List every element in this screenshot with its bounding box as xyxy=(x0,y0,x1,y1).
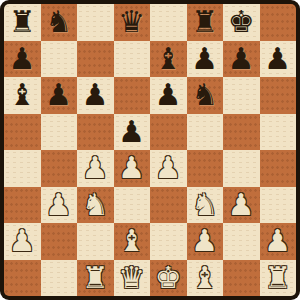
black-pawn[interactable]: ♟ xyxy=(41,77,77,113)
white-knight[interactable]: ♞ xyxy=(187,187,223,223)
square-a6[interactable]: ♝ xyxy=(4,77,41,114)
square-f8[interactable]: ♜ xyxy=(187,4,224,41)
square-f5[interactable] xyxy=(187,114,224,151)
black-bishop[interactable]: ♝ xyxy=(150,41,186,77)
square-c6[interactable]: ♟ xyxy=(77,77,114,114)
white-bishop[interactable]: ♝ xyxy=(187,260,223,296)
square-h8[interactable] xyxy=(260,4,297,41)
square-g8[interactable]: ♚ xyxy=(223,4,260,41)
white-rook[interactable]: ♜ xyxy=(260,260,296,296)
square-b1[interactable] xyxy=(41,260,78,297)
square-f6[interactable]: ♞ xyxy=(187,77,224,114)
square-h1[interactable]: ♜ xyxy=(260,260,297,297)
black-queen[interactable]: ♛ xyxy=(114,4,150,40)
square-e2[interactable] xyxy=(150,223,187,260)
white-pawn[interactable]: ♟ xyxy=(187,223,223,259)
white-rook[interactable]: ♜ xyxy=(77,260,113,296)
white-pawn[interactable]: ♟ xyxy=(223,187,259,223)
white-pawn[interactable]: ♟ xyxy=(77,150,113,186)
square-a8[interactable]: ♜ xyxy=(4,4,41,41)
square-a5[interactable] xyxy=(4,114,41,151)
square-c5[interactable] xyxy=(77,114,114,151)
square-a4[interactable] xyxy=(4,150,41,187)
square-b8[interactable]: ♞ xyxy=(41,4,78,41)
square-e1[interactable]: ♚ xyxy=(150,260,187,297)
black-pawn[interactable]: ♟ xyxy=(4,41,40,77)
square-c2[interactable] xyxy=(77,223,114,260)
square-e8[interactable] xyxy=(150,4,187,41)
square-d5[interactable]: ♟ xyxy=(114,114,151,151)
square-h4[interactable] xyxy=(260,150,297,187)
square-e4[interactable]: ♟ xyxy=(150,150,187,187)
square-b6[interactable]: ♟ xyxy=(41,77,78,114)
black-knight[interactable]: ♞ xyxy=(187,77,223,113)
black-bishop[interactable]: ♝ xyxy=(4,77,40,113)
square-h6[interactable] xyxy=(260,77,297,114)
black-pawn[interactable]: ♟ xyxy=(260,41,296,77)
square-h7[interactable]: ♟ xyxy=(260,41,297,78)
white-pawn[interactable]: ♟ xyxy=(114,150,150,186)
square-d7[interactable] xyxy=(114,41,151,78)
chess-board: ♜♞♛♜♚♟♝♟♟♟♝♟♟♟♞♟♟♟♟♟♞♞♟♟♝♟♟♜♛♚♝♜ xyxy=(4,4,296,296)
square-d4[interactable]: ♟ xyxy=(114,150,151,187)
square-f7[interactable]: ♟ xyxy=(187,41,224,78)
white-pawn[interactable]: ♟ xyxy=(4,223,40,259)
square-d3[interactable] xyxy=(114,187,151,224)
white-bishop[interactable]: ♝ xyxy=(114,223,150,259)
black-rook[interactable]: ♜ xyxy=(4,4,40,40)
square-d6[interactable] xyxy=(114,77,151,114)
square-d1[interactable]: ♛ xyxy=(114,260,151,297)
square-f1[interactable]: ♝ xyxy=(187,260,224,297)
white-queen[interactable]: ♛ xyxy=(114,260,150,296)
white-knight[interactable]: ♞ xyxy=(77,187,113,223)
square-e7[interactable]: ♝ xyxy=(150,41,187,78)
square-e6[interactable]: ♟ xyxy=(150,77,187,114)
white-pawn[interactable]: ♟ xyxy=(41,187,77,223)
black-pawn[interactable]: ♟ xyxy=(223,41,259,77)
square-g3[interactable]: ♟ xyxy=(223,187,260,224)
square-d2[interactable]: ♝ xyxy=(114,223,151,260)
square-f3[interactable]: ♞ xyxy=(187,187,224,224)
black-pawn[interactable]: ♟ xyxy=(77,77,113,113)
black-king[interactable]: ♚ xyxy=(223,4,259,40)
square-f2[interactable]: ♟ xyxy=(187,223,224,260)
square-c8[interactable] xyxy=(77,4,114,41)
square-e5[interactable] xyxy=(150,114,187,151)
square-b2[interactable] xyxy=(41,223,78,260)
square-a1[interactable] xyxy=(4,260,41,297)
white-king[interactable]: ♚ xyxy=(150,260,186,296)
square-h2[interactable]: ♟ xyxy=(260,223,297,260)
square-g4[interactable] xyxy=(223,150,260,187)
square-a2[interactable]: ♟ xyxy=(4,223,41,260)
black-pawn[interactable]: ♟ xyxy=(150,77,186,113)
white-pawn[interactable]: ♟ xyxy=(260,223,296,259)
square-b3[interactable]: ♟ xyxy=(41,187,78,224)
square-g7[interactable]: ♟ xyxy=(223,41,260,78)
square-g6[interactable] xyxy=(223,77,260,114)
square-b4[interactable] xyxy=(41,150,78,187)
square-h3[interactable] xyxy=(260,187,297,224)
square-d8[interactable]: ♛ xyxy=(114,4,151,41)
square-b5[interactable] xyxy=(41,114,78,151)
square-g2[interactable] xyxy=(223,223,260,260)
black-rook[interactable]: ♜ xyxy=(187,4,223,40)
board-frame: ♜♞♛♜♚♟♝♟♟♟♝♟♟♟♞♟♟♟♟♟♞♞♟♟♝♟♟♜♛♚♝♜ xyxy=(0,0,300,300)
black-knight[interactable]: ♞ xyxy=(41,4,77,40)
square-c1[interactable]: ♜ xyxy=(77,260,114,297)
square-c7[interactable] xyxy=(77,41,114,78)
square-f4[interactable] xyxy=(187,150,224,187)
square-g5[interactable] xyxy=(223,114,260,151)
square-c3[interactable]: ♞ xyxy=(77,187,114,224)
square-a7[interactable]: ♟ xyxy=(4,41,41,78)
square-c4[interactable]: ♟ xyxy=(77,150,114,187)
square-b7[interactable] xyxy=(41,41,78,78)
square-g1[interactable] xyxy=(223,260,260,297)
square-a3[interactable] xyxy=(4,187,41,224)
black-pawn[interactable]: ♟ xyxy=(114,114,150,150)
white-pawn[interactable]: ♟ xyxy=(150,150,186,186)
black-pawn[interactable]: ♟ xyxy=(187,41,223,77)
square-h5[interactable] xyxy=(260,114,297,151)
square-e3[interactable] xyxy=(150,187,187,224)
